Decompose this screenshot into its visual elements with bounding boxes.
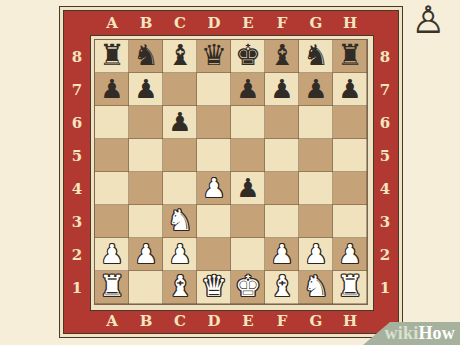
square-b1 xyxy=(129,271,163,304)
white-pawn: ♟ xyxy=(100,241,123,267)
square-f2: ♟ xyxy=(265,238,299,271)
black-knight: ♞ xyxy=(133,41,159,70)
square-b8: ♞ xyxy=(129,40,163,73)
square-f4 xyxy=(265,172,299,205)
square-a1: ♜ xyxy=(95,271,129,304)
chess-board: ABCDEFGH ABCDEFGH 87654321 87654321 ♜♞♝♛… xyxy=(59,6,403,338)
white-rook: ♜ xyxy=(99,272,125,301)
white-pawn: ♟ xyxy=(134,241,157,267)
square-g2: ♟ xyxy=(299,238,333,271)
black-king: ♚ xyxy=(235,41,261,70)
square-h5 xyxy=(333,139,367,172)
file-label-c: C xyxy=(163,309,197,333)
square-h2: ♟ xyxy=(333,238,367,271)
black-pawn: ♟ xyxy=(134,76,157,102)
white-pawn: ♟ xyxy=(202,175,225,201)
square-d2 xyxy=(197,238,231,271)
square-c8: ♝ xyxy=(163,40,197,73)
square-h6 xyxy=(333,106,367,139)
square-b7: ♟ xyxy=(129,73,163,106)
file-label-h: H xyxy=(333,309,367,333)
rank-label-4: 4 xyxy=(372,172,398,205)
rank-label-8: 8 xyxy=(372,40,398,73)
square-e4: ♟ xyxy=(231,172,265,205)
rank-label-6: 6 xyxy=(64,106,90,139)
square-c7 xyxy=(163,73,197,106)
white-pawn: ♟ xyxy=(168,241,191,267)
square-b4 xyxy=(129,172,163,205)
square-g6 xyxy=(299,106,333,139)
square-a7: ♟ xyxy=(95,73,129,106)
square-a5 xyxy=(95,139,129,172)
square-f5 xyxy=(265,139,299,172)
file-label-b: B xyxy=(129,11,163,35)
rank-label-2: 2 xyxy=(64,238,90,271)
square-a6 xyxy=(95,106,129,139)
rank-label-3: 3 xyxy=(372,205,398,238)
file-label-e: E xyxy=(231,11,265,35)
square-c5 xyxy=(163,139,197,172)
square-b6 xyxy=(129,106,163,139)
white-king: ♚ xyxy=(235,272,261,301)
black-bishop: ♝ xyxy=(167,41,193,70)
square-c6: ♟ xyxy=(163,106,197,139)
square-e6 xyxy=(231,106,265,139)
white-rook: ♜ xyxy=(337,272,363,301)
black-rook: ♜ xyxy=(337,41,363,70)
square-b3 xyxy=(129,205,163,238)
file-label-f: F xyxy=(265,309,299,333)
file-label-a: A xyxy=(95,11,129,35)
square-f7: ♟ xyxy=(265,73,299,106)
square-g8: ♞ xyxy=(299,40,333,73)
rank-label-8: 8 xyxy=(64,40,90,73)
square-d4: ♟ xyxy=(197,172,231,205)
file-label-d: D xyxy=(197,309,231,333)
square-c1: ♝ xyxy=(163,271,197,304)
rank-label-2: 2 xyxy=(372,238,398,271)
file-label-g: G xyxy=(299,11,333,35)
file-label-f: F xyxy=(265,11,299,35)
square-f1: ♝ xyxy=(265,271,299,304)
square-g7: ♟ xyxy=(299,73,333,106)
rank-label-3: 3 xyxy=(64,205,90,238)
square-c2: ♟ xyxy=(163,238,197,271)
square-g4 xyxy=(299,172,333,205)
square-d3 xyxy=(197,205,231,238)
file-labels-top: ABCDEFGH xyxy=(95,11,367,35)
square-c3: ♞ xyxy=(163,205,197,238)
square-a3 xyxy=(95,205,129,238)
square-f8: ♝ xyxy=(265,40,299,73)
rank-label-6: 6 xyxy=(372,106,398,139)
square-h4 xyxy=(333,172,367,205)
square-e5 xyxy=(231,139,265,172)
square-g1: ♞ xyxy=(299,271,333,304)
square-b2: ♟ xyxy=(129,238,163,271)
rank-label-5: 5 xyxy=(64,139,90,172)
black-queen: ♛ xyxy=(201,41,227,70)
square-g3 xyxy=(299,205,333,238)
black-pawn: ♟ xyxy=(236,76,259,102)
file-label-e: E xyxy=(231,309,265,333)
square-a2: ♟ xyxy=(95,238,129,271)
white-pawn-icon: ♙ xyxy=(411,1,445,39)
rank-label-4: 4 xyxy=(64,172,90,205)
black-bishop: ♝ xyxy=(269,41,295,70)
square-e2 xyxy=(231,238,265,271)
square-h3 xyxy=(333,205,367,238)
square-f3 xyxy=(265,205,299,238)
white-pawn: ♟ xyxy=(304,241,327,267)
square-g5 xyxy=(299,139,333,172)
white-pawn: ♟ xyxy=(338,241,361,267)
square-d6 xyxy=(197,106,231,139)
rank-label-1: 1 xyxy=(64,271,90,304)
square-d5 xyxy=(197,139,231,172)
white-pawn: ♟ xyxy=(270,241,293,267)
rank-labels-right: 87654321 xyxy=(372,40,398,304)
black-pawn: ♟ xyxy=(236,175,259,201)
square-c4 xyxy=(163,172,197,205)
rank-label-7: 7 xyxy=(64,73,90,106)
board-grid: ♜♞♝♛♚♝♞♜♟♟♟♟♟♟♟♟♟♞♟♟♟♟♟♟♜♝♛♚♝♞♜ xyxy=(95,40,367,304)
square-a8: ♜ xyxy=(95,40,129,73)
black-rook: ♜ xyxy=(99,41,125,70)
square-h7: ♟ xyxy=(333,73,367,106)
white-knight: ♞ xyxy=(167,206,193,235)
file-label-g: G xyxy=(299,309,333,333)
square-d7 xyxy=(197,73,231,106)
watermark-wiki-text: wiki xyxy=(385,323,419,344)
watermark-how-text: How xyxy=(418,323,455,344)
square-h8: ♜ xyxy=(333,40,367,73)
white-bishop: ♝ xyxy=(269,272,295,301)
file-label-d: D xyxy=(197,11,231,35)
illustration-canvas: ABCDEFGH ABCDEFGH 87654321 87654321 ♜♞♝♛… xyxy=(0,0,460,345)
square-h1: ♜ xyxy=(333,271,367,304)
file-label-c: C xyxy=(163,11,197,35)
square-d8: ♛ xyxy=(197,40,231,73)
file-labels-bottom: ABCDEFGH xyxy=(95,309,367,333)
black-pawn: ♟ xyxy=(270,76,293,102)
black-pawn: ♟ xyxy=(304,76,327,102)
file-label-a: A xyxy=(95,309,129,333)
white-knight: ♞ xyxy=(303,272,329,301)
white-queen: ♛ xyxy=(201,272,227,301)
rank-label-5: 5 xyxy=(372,139,398,172)
square-f6 xyxy=(265,106,299,139)
rank-labels-left: 87654321 xyxy=(64,40,90,304)
black-pawn: ♟ xyxy=(338,76,361,102)
black-pawn: ♟ xyxy=(168,109,191,135)
square-d1: ♛ xyxy=(197,271,231,304)
square-e3 xyxy=(231,205,265,238)
file-label-b: B xyxy=(129,309,163,333)
square-e1: ♚ xyxy=(231,271,265,304)
black-pawn: ♟ xyxy=(100,76,123,102)
square-b5 xyxy=(129,139,163,172)
rank-label-1: 1 xyxy=(372,271,398,304)
square-e7: ♟ xyxy=(231,73,265,106)
rank-label-7: 7 xyxy=(372,73,398,106)
board-frame: ABCDEFGH ABCDEFGH 87654321 87654321 ♜♞♝♛… xyxy=(63,10,399,334)
black-knight: ♞ xyxy=(303,41,329,70)
white-bishop: ♝ xyxy=(167,272,193,301)
square-e8: ♚ xyxy=(231,40,265,73)
file-label-h: H xyxy=(333,11,367,35)
board-bevel: ♜♞♝♛♚♝♞♜♟♟♟♟♟♟♟♟♟♞♟♟♟♟♟♟♜♝♛♚♝♞♜ xyxy=(90,35,374,311)
square-a4 xyxy=(95,172,129,205)
